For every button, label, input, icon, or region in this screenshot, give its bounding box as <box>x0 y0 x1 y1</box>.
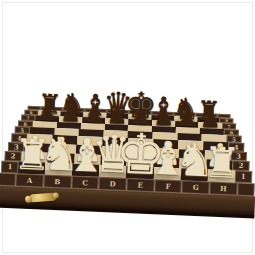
black-pawn-icon: ♟ <box>83 102 105 126</box>
brass-clasp-icon <box>30 192 57 202</box>
black-pawn-icon: ♟ <box>60 101 82 125</box>
product-photo: ABCDEFGH8877665544332211ABCDEFGH ♜♞♝♛♚♝♞… <box>0 0 255 255</box>
scene-tilt: ABCDEFGH8877665544332211ABCDEFGH ♜♞♝♛♚♝♞… <box>0 0 255 255</box>
white-rook-icon: ♜ <box>202 142 241 185</box>
black-pawn-icon: ♟ <box>176 105 198 129</box>
black-pawn-icon: ♟ <box>200 106 222 130</box>
black-pawn-icon: ♟ <box>36 100 58 124</box>
